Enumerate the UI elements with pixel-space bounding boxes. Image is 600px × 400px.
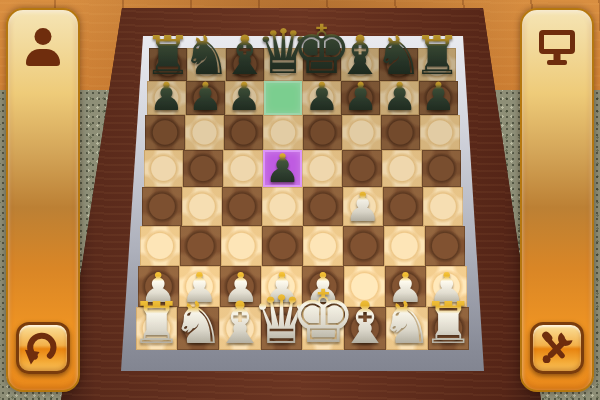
board-rank-5: ♟ [144, 150, 462, 187]
square-f7[interactable]: ♟ [341, 81, 380, 115]
piece-white-rook-h1[interactable]: ♜ [423, 298, 475, 350]
players-button[interactable] [23, 28, 63, 68]
piece-black-rook-h8[interactable]: ♜ [413, 33, 461, 81]
square-c7[interactable]: ♟ [225, 81, 264, 115]
square-g6[interactable] [381, 115, 420, 151]
square-a5[interactable] [144, 150, 184, 187]
square-g5[interactable] [382, 150, 422, 187]
square-h1[interactable]: ♜ [428, 307, 470, 350]
square-b5[interactable] [183, 150, 223, 187]
player-icon [23, 28, 63, 68]
board-rank-4: ♟ [142, 187, 464, 226]
piece-black-pawn-e7[interactable]: ♟ [304, 79, 339, 114]
square-e4[interactable] [303, 187, 343, 226]
piece-white-pawn-f4[interactable]: ♟ [345, 189, 381, 225]
tools-icon [538, 329, 576, 367]
square-e5[interactable] [302, 150, 342, 187]
display-button[interactable] [537, 28, 577, 68]
piece-black-pawn-a7[interactable]: ♟ [149, 79, 184, 114]
square-h7[interactable]: ♟ [419, 81, 458, 115]
square-c4[interactable] [222, 187, 262, 226]
square-g4[interactable] [383, 187, 423, 226]
square-d3[interactable] [262, 226, 303, 266]
square-f5[interactable] [342, 150, 382, 187]
board-rank-3 [140, 226, 465, 266]
square-d7[interactable] [264, 81, 303, 115]
square-b4[interactable] [182, 187, 222, 226]
square-c5[interactable] [223, 150, 263, 187]
square-f3[interactable] [343, 226, 384, 266]
square-b7[interactable]: ♟ [186, 81, 225, 115]
board-rank-1: ♜♞♝♛♚♝♞♜ [136, 307, 470, 350]
right-toolbar [520, 8, 594, 392]
piece-black-pawn-h7[interactable]: ♟ [421, 79, 456, 114]
square-b6[interactable] [185, 115, 224, 151]
square-a7[interactable]: ♟ [147, 81, 186, 115]
square-g7[interactable]: ♟ [380, 81, 419, 115]
square-c3[interactable] [221, 226, 262, 266]
square-a6[interactable] [145, 115, 184, 151]
square-f4[interactable]: ♟ [343, 187, 383, 226]
square-a4[interactable] [142, 187, 182, 226]
piece-black-pawn-g7[interactable]: ♟ [382, 79, 417, 114]
settings-button[interactable] [530, 322, 584, 374]
display-icon [537, 28, 577, 68]
chess-app-window: ♜♞♝♛♚♝♞♜♟♟♟♟♟♟♟♟♟♟♟♟♟♟♟♟♜♞♝♛♚♝♞♜ [0, 0, 600, 400]
undo-icon [24, 329, 62, 367]
piece-black-pawn-b7[interactable]: ♟ [188, 79, 223, 114]
square-c6[interactable] [224, 115, 263, 151]
square-h3[interactable] [425, 226, 466, 266]
board-rank-6 [145, 115, 459, 151]
board-rank-7: ♟♟♟♟♟♟♟ [147, 81, 458, 115]
piece-black-pawn-c7[interactable]: ♟ [227, 79, 262, 114]
square-h6[interactable] [420, 115, 459, 151]
square-e7[interactable]: ♟ [302, 81, 341, 115]
board-rows: ♜♞♝♛♚♝♞♜♟♟♟♟♟♟♟♟♟♟♟♟♟♟♟♟♜♞♝♛♚♝♞♜ [0, 0, 600, 400]
square-e3[interactable] [303, 226, 344, 266]
square-h5[interactable] [422, 150, 462, 187]
square-g3[interactable] [384, 226, 425, 266]
square-h4[interactable] [423, 187, 463, 226]
square-g1[interactable]: ♞ [386, 307, 428, 350]
square-b3[interactable] [180, 226, 221, 266]
square-f6[interactable] [342, 115, 381, 151]
square-d5[interactable]: ♟ [263, 150, 303, 187]
piece-black-pawn-f7[interactable]: ♟ [343, 79, 378, 114]
left-toolbar [6, 8, 80, 392]
undo-button[interactable] [16, 322, 70, 374]
square-a3[interactable] [140, 226, 181, 266]
square-d4[interactable] [262, 187, 302, 226]
piece-black-pawn-d5[interactable]: ♟ [265, 151, 301, 187]
square-e6[interactable] [303, 115, 342, 151]
